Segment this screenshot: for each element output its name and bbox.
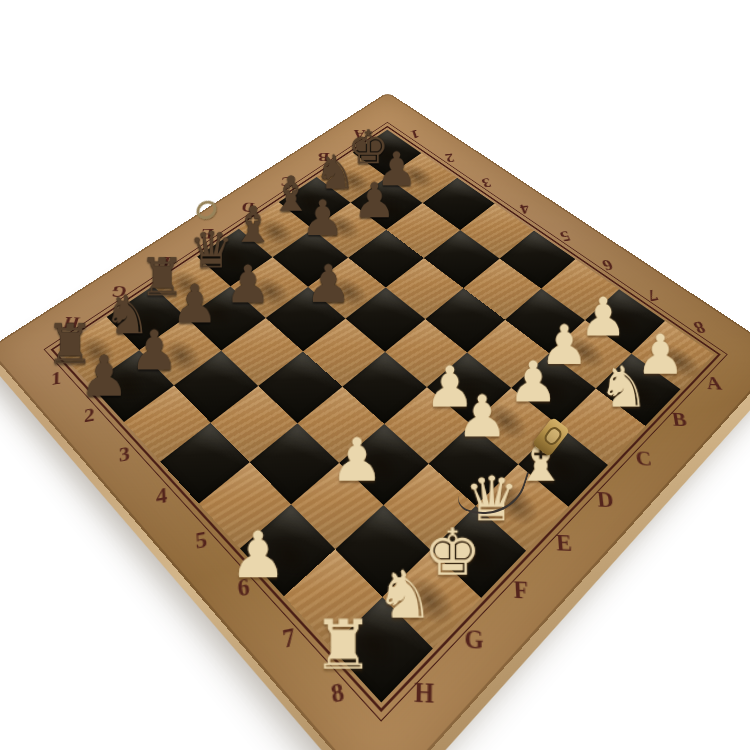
coord-label: G bbox=[110, 282, 130, 300]
light-knight-b8: ♞ bbox=[590, 359, 657, 416]
coord-label: 7 bbox=[644, 286, 662, 305]
coord-label: 1 bbox=[51, 368, 62, 389]
board-grid: 12345678A♚♟♟♟AB♞♟♟♞BC♝♟♟CD♝♟♟♟♝DE♛♟♛EF♜♟… bbox=[4, 101, 750, 750]
coord-label: G bbox=[465, 625, 485, 655]
coord-label: 8 bbox=[329, 676, 347, 709]
coord-label: B bbox=[671, 409, 689, 431]
coord-label: H bbox=[415, 677, 435, 709]
coord-label: 1 bbox=[409, 127, 421, 141]
coord-label: 2 bbox=[84, 404, 95, 427]
coord-label: E bbox=[200, 225, 215, 241]
coord-label: H bbox=[62, 313, 83, 332]
coord-label: C bbox=[634, 447, 653, 470]
coord-label: 8 bbox=[690, 317, 709, 337]
coord-near-file-E: E bbox=[526, 507, 603, 582]
piece-shadow bbox=[522, 366, 582, 416]
coord-label: 4 bbox=[156, 483, 169, 508]
piece-shadow bbox=[154, 333, 209, 380]
piece-shadow bbox=[367, 192, 417, 229]
coord-label: F bbox=[157, 253, 172, 270]
chess-board: 12345678A♚♟♟♟AB♞♟♟♞BC♝♟♟CD♝♟♟♟♝DE♛♟♛EF♜♟… bbox=[0, 92, 750, 750]
coord-label: 4 bbox=[518, 200, 533, 216]
coord-label: 2 bbox=[443, 150, 456, 164]
coord-label: B bbox=[318, 150, 331, 164]
coord-label: A bbox=[353, 127, 366, 140]
piece-shadow bbox=[122, 302, 175, 347]
coord-label: A bbox=[704, 373, 723, 394]
coord-label: 3 bbox=[480, 175, 494, 190]
coord-label: F bbox=[513, 576, 529, 604]
coord-label: 7 bbox=[281, 623, 297, 654]
coord-label: 5 bbox=[195, 527, 209, 554]
coord-label: 6 bbox=[237, 573, 252, 602]
coord-label: C bbox=[280, 174, 295, 188]
coord-label: D bbox=[241, 199, 256, 214]
coord-label: 3 bbox=[119, 443, 131, 467]
coord-label: 6 bbox=[599, 256, 616, 274]
coord-label: D bbox=[596, 487, 615, 512]
coord-label: 5 bbox=[558, 227, 574, 244]
coord-label: E bbox=[556, 530, 574, 556]
